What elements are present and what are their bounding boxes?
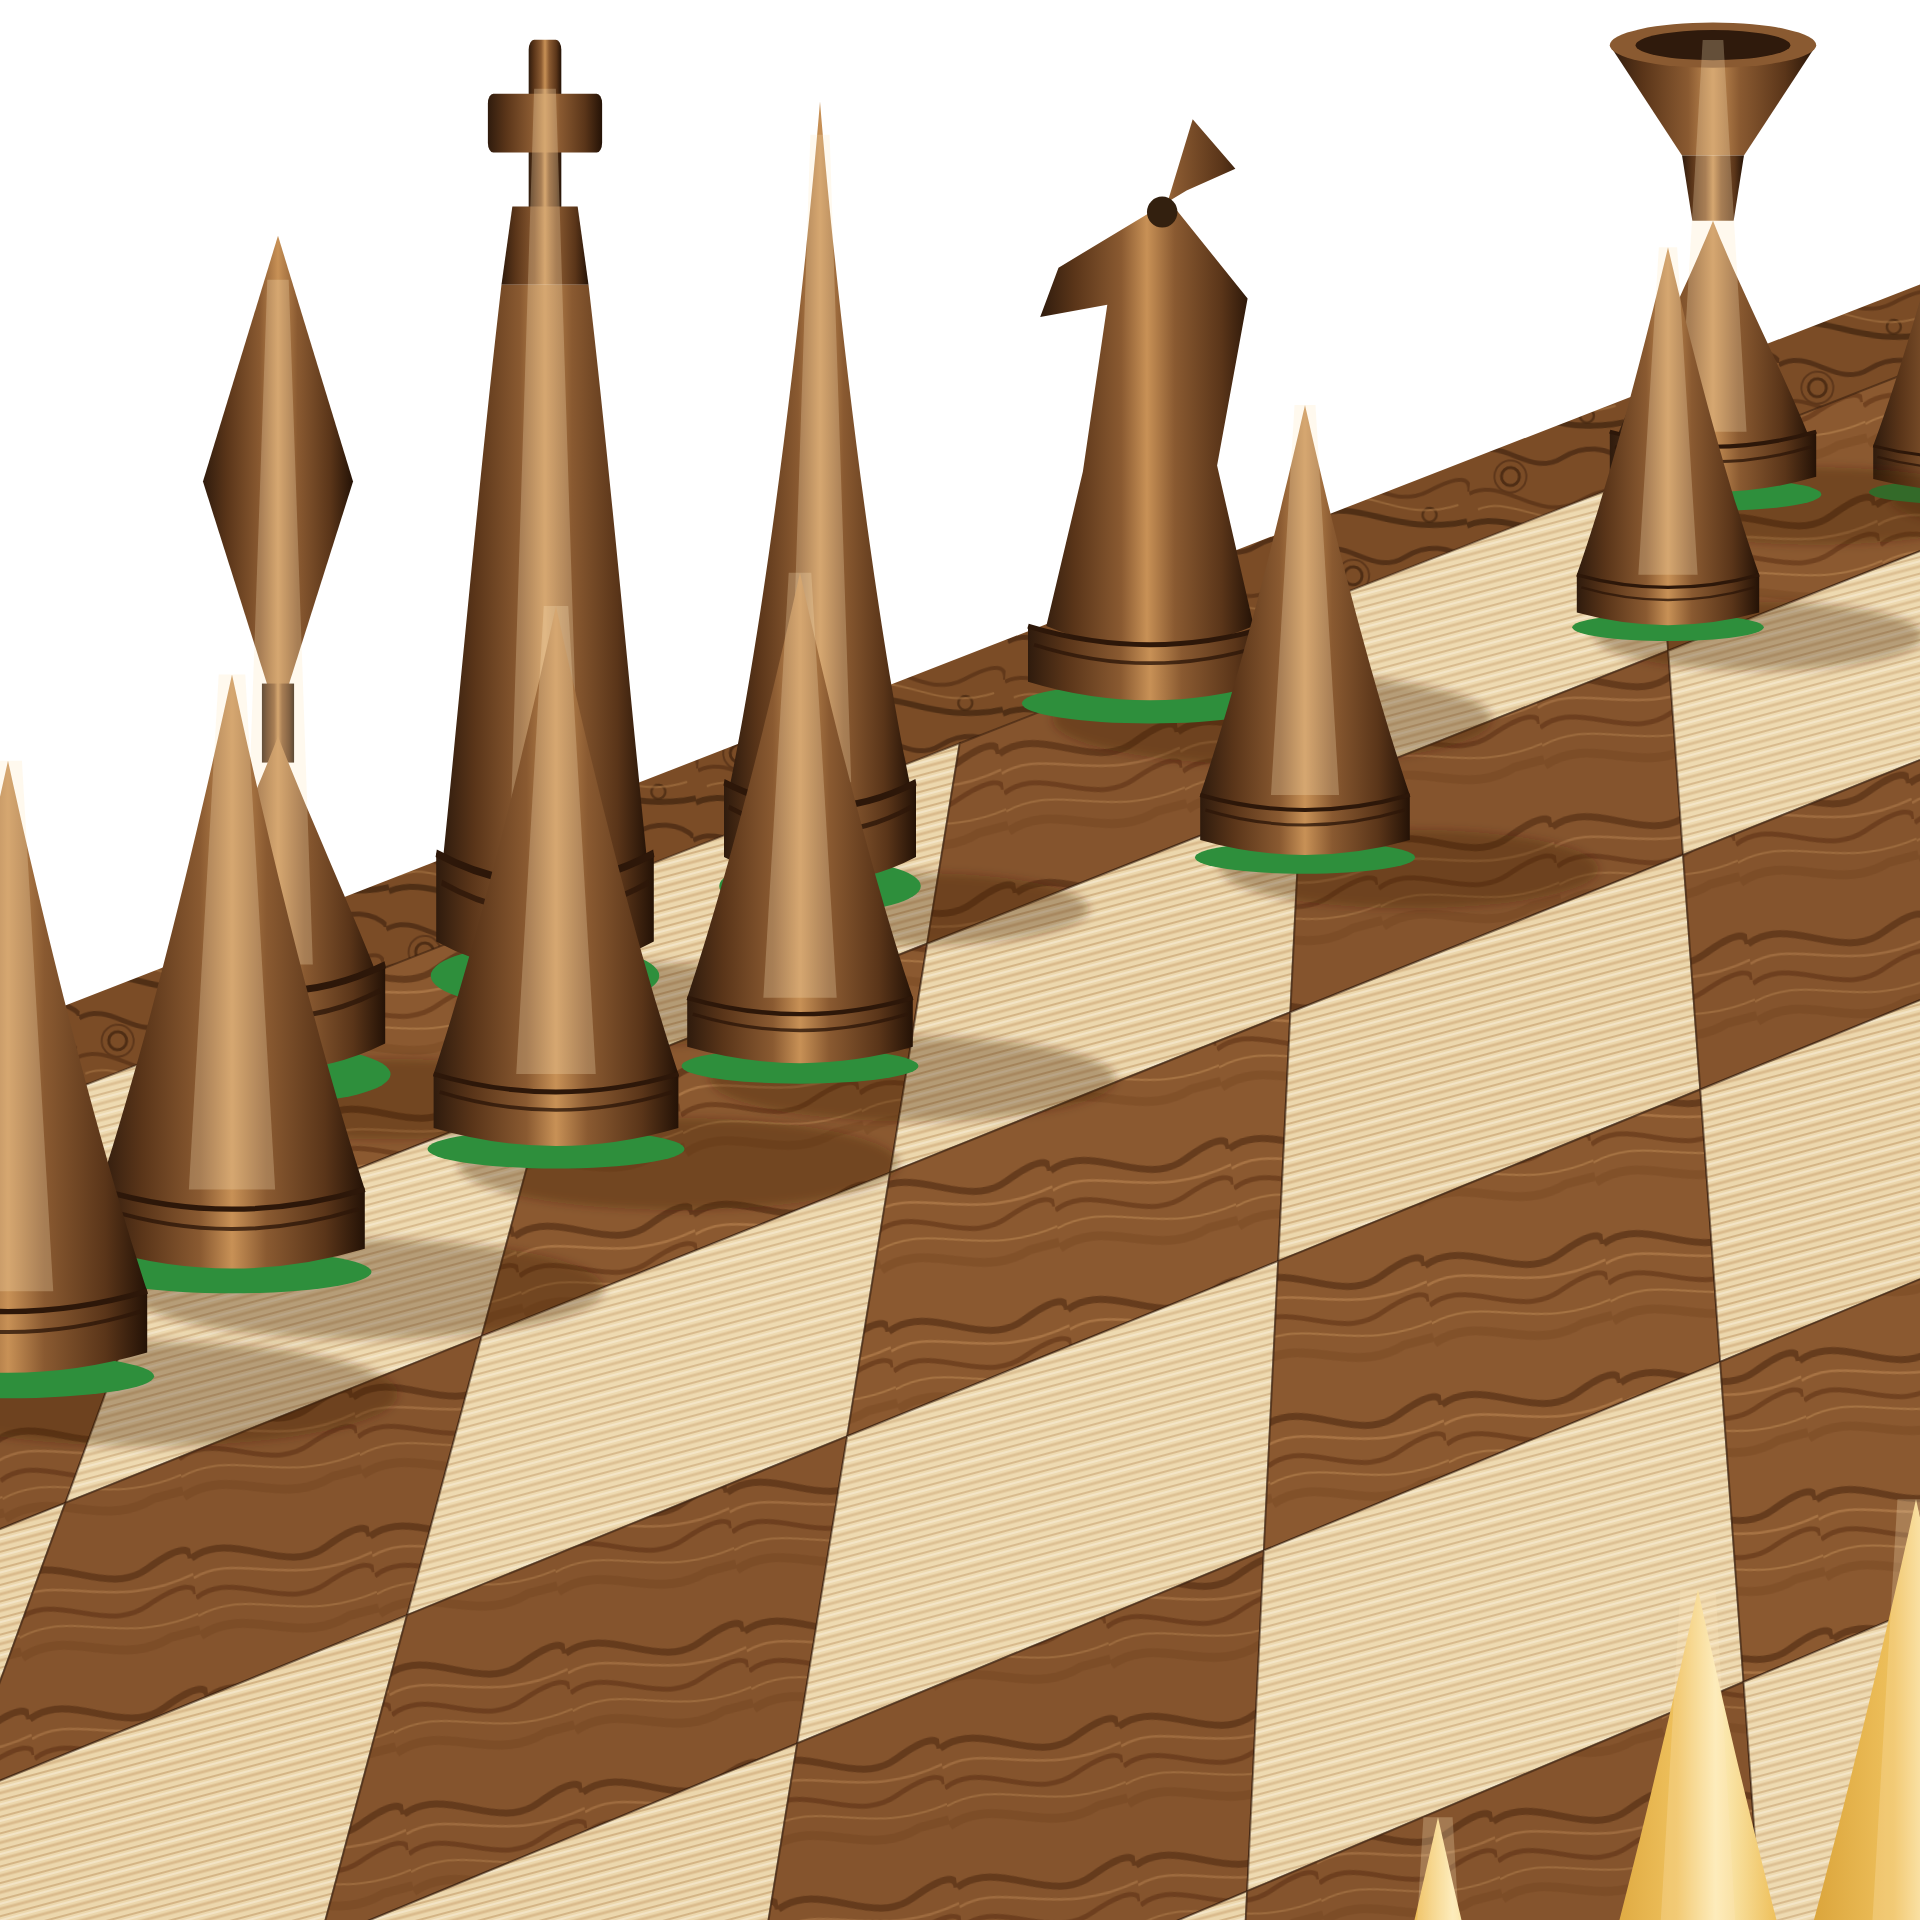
chess-set-product-photo [0,0,1920,1920]
chessboard-scene [0,0,1920,1920]
knight-eye [1147,197,1178,228]
piece-black-knight-g8 [1022,119,1278,723]
